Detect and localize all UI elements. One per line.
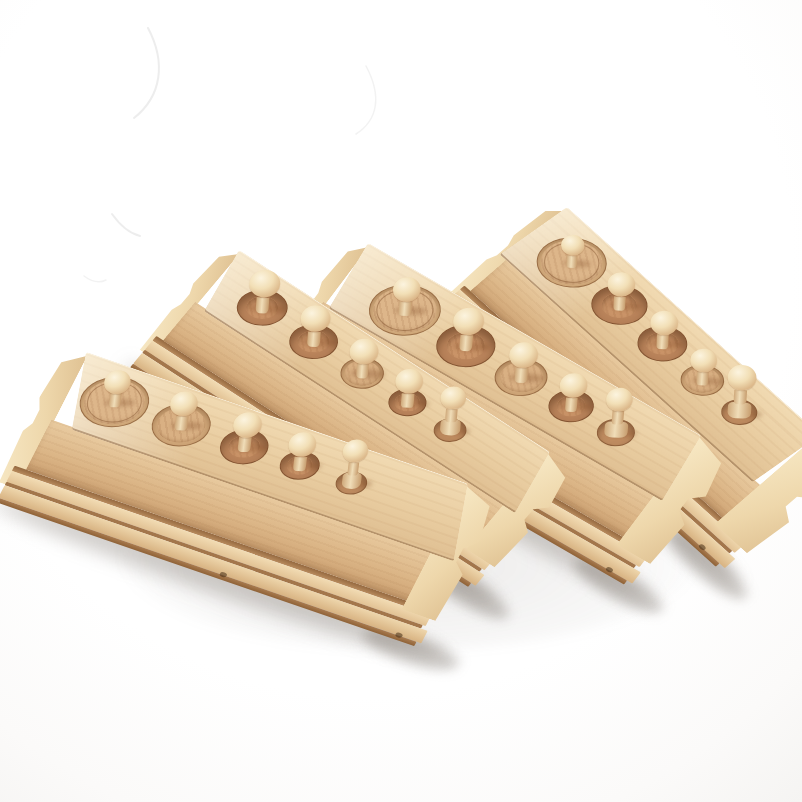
knob-neck <box>733 390 747 406</box>
knob-neck <box>355 363 369 378</box>
knob <box>725 364 756 405</box>
knob-neck <box>307 331 321 347</box>
socket-1 <box>535 235 608 289</box>
socket-4 <box>680 363 725 396</box>
knob-neck <box>564 397 577 412</box>
socket-3 <box>339 356 385 389</box>
knob <box>394 368 425 407</box>
knob <box>247 270 281 314</box>
knob-ball <box>561 234 586 256</box>
knob <box>340 439 370 475</box>
socket-4 <box>387 388 427 417</box>
knob-ball <box>300 304 332 332</box>
knob <box>286 432 318 471</box>
knob-ball <box>341 439 369 462</box>
knob <box>438 386 466 422</box>
socket-1 <box>235 289 289 327</box>
scratch-mark <box>356 66 376 134</box>
knob-ball <box>395 368 425 394</box>
knob-ball <box>349 337 380 364</box>
knob <box>605 271 635 310</box>
knob-ball <box>248 270 281 299</box>
socket-2 <box>288 323 340 360</box>
knob <box>689 347 718 385</box>
socket-5 <box>596 418 636 447</box>
knob <box>506 342 538 382</box>
knob <box>101 369 132 406</box>
knob-ball <box>605 387 634 412</box>
socket-4 <box>278 451 322 481</box>
knob-ball <box>649 309 678 335</box>
scratch-mark <box>84 276 106 282</box>
knob-neck <box>398 301 411 316</box>
knob-neck <box>255 297 270 314</box>
socket-1 <box>77 376 153 428</box>
knob-neck <box>696 371 709 385</box>
knob <box>230 411 263 451</box>
knob-ball <box>690 347 718 372</box>
knob-neck <box>514 367 528 382</box>
socket-2 <box>590 283 649 326</box>
knob-ball <box>102 369 131 393</box>
knob-neck <box>613 295 626 310</box>
knob-neck <box>237 437 251 452</box>
scratch-mark <box>112 214 140 236</box>
knob <box>347 337 379 378</box>
socket-1 <box>367 283 443 337</box>
knob <box>557 372 588 411</box>
knob-neck <box>655 334 668 349</box>
knob <box>604 387 634 424</box>
knob-neck <box>611 410 624 424</box>
knob-ball <box>452 307 485 335</box>
knob-neck <box>401 393 414 408</box>
socket-5 <box>720 399 758 427</box>
knob-neck <box>567 255 578 268</box>
knob-ball <box>392 276 422 301</box>
socket-4 <box>547 389 595 423</box>
knob <box>167 391 199 430</box>
socket-5 <box>334 471 368 494</box>
knob-neck <box>347 462 360 476</box>
knob-neck <box>175 415 189 430</box>
knob <box>648 309 678 348</box>
knob-ball <box>558 372 588 397</box>
knob-neck <box>293 456 307 471</box>
knob-ball <box>231 411 263 437</box>
knob-neck <box>459 335 474 352</box>
knob-ball <box>508 342 539 368</box>
socket-2 <box>435 323 498 367</box>
knob-neck <box>445 408 457 422</box>
scratch-mark <box>134 28 159 118</box>
knob-ball <box>726 364 756 391</box>
knob-ball <box>439 386 466 410</box>
knob-ball <box>287 432 317 457</box>
socket-3 <box>493 357 549 397</box>
knob <box>299 304 332 346</box>
knob-neck <box>108 393 121 407</box>
socket-3 <box>218 428 271 464</box>
product-photo-montessori-cylinder-blocks: Four wooden Montessori knobbed cylinder … <box>0 0 802 802</box>
knob <box>450 307 484 350</box>
knob <box>391 276 422 315</box>
knob-ball <box>606 271 635 297</box>
socket-5 <box>433 417 468 442</box>
socket-2 <box>149 403 213 447</box>
knob <box>560 234 585 267</box>
knob-ball <box>169 391 199 416</box>
socket-3 <box>636 324 688 362</box>
